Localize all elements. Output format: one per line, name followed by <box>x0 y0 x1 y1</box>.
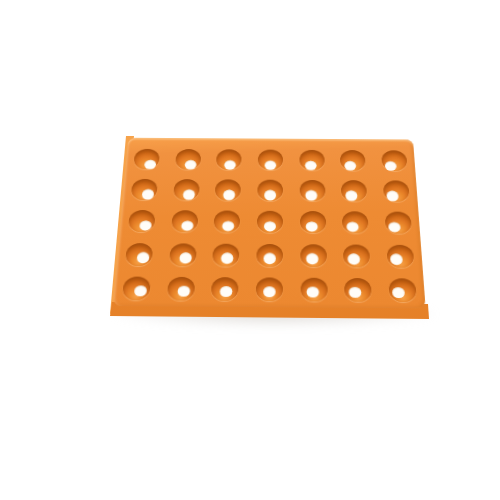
hole-cone <box>131 179 158 200</box>
hole-cone <box>341 180 367 201</box>
hole-r2-c2 <box>164 174 208 206</box>
hole-bore <box>220 286 233 297</box>
hole-cone <box>300 244 327 267</box>
hole-bore <box>142 189 155 199</box>
hole-cone <box>383 180 410 201</box>
hole-cone <box>344 278 372 302</box>
hole-r3-c3 <box>205 206 249 239</box>
hole-cone <box>299 211 325 233</box>
hole-bore <box>264 190 276 200</box>
hole-r4-c5 <box>291 239 335 273</box>
hole-bore <box>181 220 194 231</box>
hole-bore <box>305 161 317 171</box>
hole-bore <box>347 221 359 232</box>
hole-r2-c3 <box>207 174 250 206</box>
hole-r4-c3 <box>204 238 248 272</box>
hole-cone <box>343 244 370 267</box>
hole-bore <box>305 190 317 200</box>
hole-r5-c6 <box>335 273 381 308</box>
hole-r5-c3 <box>202 272 247 307</box>
hole-bore <box>344 161 356 171</box>
hole-cone <box>299 150 324 171</box>
hole-r3-c2 <box>162 205 206 238</box>
hole-bore <box>306 286 319 297</box>
hole-cone <box>384 212 411 234</box>
hole-r2-c6 <box>333 175 376 207</box>
hole-bore <box>179 252 192 263</box>
hole-r2-c1 <box>122 174 166 206</box>
hole-r2-c5 <box>291 175 333 207</box>
hole-cone <box>216 149 242 170</box>
hole-bore <box>223 190 235 200</box>
hole-bore <box>222 221 234 232</box>
hole-r1-c2 <box>167 144 210 174</box>
hole-cone <box>257 180 283 201</box>
hole-cone <box>125 243 153 266</box>
hole-bore <box>177 285 190 296</box>
hole-bore <box>224 160 236 170</box>
hole-r1-c3 <box>208 144 250 174</box>
hole-r4-c4 <box>248 238 292 272</box>
hole-bore <box>305 221 317 232</box>
hole-cone <box>171 211 198 233</box>
hole-r4-c6 <box>334 239 379 273</box>
hole-bore <box>263 286 276 297</box>
hole-cone <box>134 149 161 170</box>
hole-cone <box>256 244 283 267</box>
hole-bore <box>390 254 403 265</box>
hole-r1-c7 <box>373 145 416 176</box>
peg-board-plate <box>113 138 426 308</box>
hole-cone <box>122 277 151 301</box>
hole-r1-c4 <box>250 144 292 174</box>
hole-r4-c2 <box>160 238 205 272</box>
hole-bore <box>306 253 318 264</box>
hole-cone <box>258 149 283 170</box>
hole-cone <box>381 150 407 171</box>
hole-r1-c5 <box>291 145 333 175</box>
hole-cone <box>173 179 200 200</box>
hole-r3-c5 <box>291 206 334 239</box>
hole-r3-c6 <box>333 207 377 240</box>
hole-cone <box>300 278 327 302</box>
hole-bore <box>388 222 401 233</box>
hole-r5-c5 <box>292 272 337 307</box>
hole-bore <box>392 287 405 298</box>
hole-r3-c1 <box>119 205 164 238</box>
hole-cone <box>214 211 241 233</box>
hole-bore <box>221 253 234 264</box>
hole-cone <box>342 212 369 234</box>
hole-cone <box>340 150 366 171</box>
hole-bore <box>386 191 398 201</box>
hole-grid <box>113 138 426 308</box>
hole-bore <box>139 220 152 231</box>
hole-cone <box>299 180 325 201</box>
hole-cone <box>215 179 241 200</box>
hole-cone <box>257 211 283 233</box>
hole-cone <box>128 210 156 232</box>
hole-r1-c6 <box>332 145 374 176</box>
hole-cone <box>256 278 283 302</box>
hole-cone <box>386 245 414 268</box>
hole-r4-c7 <box>377 239 423 273</box>
hole-r1-c1 <box>125 144 168 174</box>
hole-bore <box>345 191 357 201</box>
hole-bore <box>349 286 362 297</box>
hole-r4-c1 <box>116 238 162 272</box>
product-photo-canvas <box>0 0 500 500</box>
hole-cone <box>213 244 240 267</box>
hole-r5-c7 <box>379 273 426 308</box>
hole-bore <box>183 190 195 200</box>
hole-r5-c1 <box>113 271 160 306</box>
hole-bore <box>263 253 275 264</box>
hole-bore <box>348 253 361 264</box>
hole-bore <box>384 161 396 171</box>
hole-cone <box>167 277 195 301</box>
hole-bore <box>134 285 147 296</box>
hole-r5-c2 <box>158 272 204 307</box>
hole-bore <box>184 160 196 170</box>
hole-cone <box>169 243 197 266</box>
hole-cone <box>211 277 239 301</box>
hole-bore <box>144 160 156 170</box>
hole-r5-c4 <box>247 272 292 307</box>
hole-bore <box>264 221 276 232</box>
hole-r2-c7 <box>374 175 418 207</box>
hole-r3-c4 <box>248 206 291 239</box>
hole-r3-c7 <box>376 207 421 240</box>
hole-bore <box>137 252 150 263</box>
hole-cone <box>388 279 417 303</box>
hole-cone <box>175 149 201 170</box>
hole-bore <box>265 160 277 170</box>
hole-r2-c4 <box>249 175 291 207</box>
